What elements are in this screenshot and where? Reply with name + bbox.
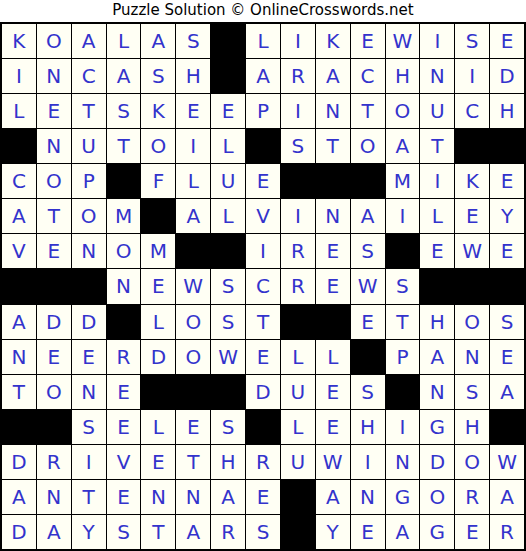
letter-cell: C [351, 59, 385, 93]
letter-cell: L [141, 305, 175, 339]
letter-cell: W [211, 340, 245, 374]
letter-cell: C [246, 269, 280, 303]
letter-cell: N [37, 480, 71, 514]
letter-cell: E [351, 24, 385, 58]
black-cell [107, 305, 141, 339]
letter-cell: N [316, 94, 350, 128]
letter-cell: P [386, 340, 420, 374]
letter-cell: T [386, 305, 420, 339]
black-cell [246, 410, 280, 444]
letter-cell: E [455, 199, 489, 233]
letter-cell: L [211, 199, 245, 233]
letter-cell: O [176, 305, 210, 339]
black-cell [141, 375, 175, 409]
letter-cell: R [246, 445, 280, 479]
black-cell [37, 410, 71, 444]
letter-cell: M [141, 234, 175, 268]
letter-cell: H [490, 94, 524, 128]
letter-cell: S [455, 24, 489, 58]
black-cell [281, 164, 315, 198]
letter-cell: E [37, 234, 71, 268]
black-cell [455, 269, 489, 303]
puzzle-solution-page: Puzzle Solution © OnlineCrosswords.net K… [0, 0, 526, 551]
letter-cell: D [490, 59, 524, 93]
letter-cell: T [246, 305, 280, 339]
letter-cell: A [246, 59, 280, 93]
letter-cell: U [281, 375, 315, 409]
letter-cell: S [176, 24, 210, 58]
letter-cell: I [176, 129, 210, 163]
black-cell [490, 269, 524, 303]
letter-cell: Y [72, 515, 106, 549]
letter-cell: W [386, 24, 420, 58]
letter-cell: L [420, 199, 454, 233]
letter-cell: H [420, 305, 454, 339]
black-cell [211, 59, 245, 93]
letter-cell: S [107, 515, 141, 549]
letter-cell: A [141, 24, 175, 58]
letter-cell: W [490, 445, 524, 479]
crossword-grid: KOALASLIKEWISEINCASHARACHNIDLETSKEEPINTO… [0, 22, 526, 551]
letter-cell: P [72, 164, 106, 198]
letter-cell: T [107, 129, 141, 163]
letter-cell: E [420, 234, 454, 268]
letter-cell: D [420, 445, 454, 479]
letter-cell: R [281, 59, 315, 93]
black-cell [176, 375, 210, 409]
black-cell [281, 515, 315, 549]
black-cell [316, 305, 350, 339]
letter-cell: A [2, 480, 36, 514]
letter-cell: Y [316, 515, 350, 549]
letter-cell: A [316, 480, 350, 514]
letter-cell: S [211, 269, 245, 303]
page-title: Puzzle Solution © OnlineCrosswords.net [0, 0, 526, 22]
black-cell [141, 199, 175, 233]
letter-cell: E [316, 375, 350, 409]
black-cell [316, 164, 350, 198]
letter-cell: R [211, 515, 245, 549]
letter-cell: I [2, 59, 36, 93]
letter-cell: E [316, 269, 350, 303]
letter-cell: I [420, 164, 454, 198]
letter-cell: E [490, 24, 524, 58]
letter-cell: D [37, 305, 71, 339]
letter-cell: A [176, 199, 210, 233]
letter-cell: A [316, 59, 350, 93]
letter-cell: N [107, 269, 141, 303]
letter-cell: A [2, 199, 36, 233]
letter-cell: G [420, 410, 454, 444]
letter-cell: T [351, 94, 385, 128]
letter-cell: A [386, 129, 420, 163]
black-cell [490, 129, 524, 163]
letter-cell: S [211, 410, 245, 444]
letter-cell: O [455, 445, 489, 479]
letter-cell: O [351, 129, 385, 163]
letter-cell: T [316, 129, 350, 163]
letter-cell: L [141, 410, 175, 444]
letter-cell: A [37, 515, 71, 549]
letter-cell: T [72, 94, 106, 128]
letter-cell: E [72, 340, 106, 374]
letter-cell: O [176, 340, 210, 374]
letter-cell: V [246, 199, 280, 233]
letter-cell: R [37, 445, 71, 479]
letter-cell: A [107, 59, 141, 93]
letter-cell: E [490, 340, 524, 374]
black-cell [37, 269, 71, 303]
letter-cell: D [246, 375, 280, 409]
letter-cell: A [386, 515, 420, 549]
black-cell [211, 375, 245, 409]
letter-cell: S [490, 305, 524, 339]
letter-cell: F [141, 164, 175, 198]
letter-cell: E [246, 340, 280, 374]
letter-cell: I [281, 199, 315, 233]
letter-cell: R [107, 340, 141, 374]
black-cell [386, 375, 420, 409]
letter-cell: E [37, 340, 71, 374]
letter-cell: E [351, 515, 385, 549]
letter-cell: E [316, 410, 350, 444]
black-cell [281, 480, 315, 514]
letter-cell: I [281, 24, 315, 58]
black-cell [2, 129, 36, 163]
letter-cell: E [351, 305, 385, 339]
letter-cell: S [455, 375, 489, 409]
letter-cell: T [2, 375, 36, 409]
letter-cell: L [246, 24, 280, 58]
letter-cell: H [386, 59, 420, 93]
letter-cell: E [37, 94, 71, 128]
letter-cell: D [2, 445, 36, 479]
letter-cell: E [141, 445, 175, 479]
letter-cell: E [490, 164, 524, 198]
black-cell [211, 24, 245, 58]
letter-cell: N [420, 59, 454, 93]
letter-cell: L [281, 340, 315, 374]
letter-cell: R [490, 515, 524, 549]
letter-cell: N [72, 234, 106, 268]
letter-cell: I [246, 234, 280, 268]
letter-cell: E [176, 410, 210, 444]
letter-cell: E [316, 234, 350, 268]
letter-cell: W [316, 445, 350, 479]
letter-cell: S [246, 515, 280, 549]
black-cell [176, 234, 210, 268]
black-cell [490, 410, 524, 444]
letter-cell: D [72, 305, 106, 339]
letter-cell: M [386, 164, 420, 198]
letter-cell: M [107, 199, 141, 233]
letter-cell: A [211, 480, 245, 514]
letter-cell: K [2, 24, 36, 58]
letter-cell: L [176, 164, 210, 198]
letter-cell: O [37, 164, 71, 198]
letter-cell: S [141, 59, 175, 93]
black-cell [351, 340, 385, 374]
letter-cell: G [386, 480, 420, 514]
letter-cell: R [281, 234, 315, 268]
letter-cell: T [72, 480, 106, 514]
letter-cell: A [176, 515, 210, 549]
letter-cell: O [72, 199, 106, 233]
letter-cell: N [37, 59, 71, 93]
black-cell [351, 164, 385, 198]
black-cell [420, 269, 454, 303]
letter-cell: O [386, 94, 420, 128]
letter-cell: A [2, 305, 36, 339]
letter-cell: D [141, 340, 175, 374]
letter-cell: I [72, 445, 106, 479]
letter-cell: I [386, 410, 420, 444]
letter-cell: L [281, 410, 315, 444]
letter-cell: H [455, 410, 489, 444]
letter-cell: U [420, 94, 454, 128]
black-cell [281, 305, 315, 339]
letter-cell: W [455, 234, 489, 268]
letter-cell: N [2, 340, 36, 374]
letter-cell: U [281, 445, 315, 479]
letter-cell: E [490, 234, 524, 268]
letter-cell: W [351, 269, 385, 303]
letter-cell: I [386, 199, 420, 233]
letter-cell: K [455, 164, 489, 198]
letter-cell: N [141, 480, 175, 514]
letter-cell: N [351, 480, 385, 514]
letter-cell: S [281, 129, 315, 163]
letter-cell: H [176, 59, 210, 93]
letter-cell: P [246, 94, 280, 128]
letter-cell: U [211, 164, 245, 198]
letter-cell: K [141, 94, 175, 128]
letter-cell: E [246, 164, 280, 198]
letter-cell: W [176, 269, 210, 303]
letter-cell: L [211, 129, 245, 163]
letter-cell: O [420, 480, 454, 514]
letter-cell: S [211, 305, 245, 339]
black-cell [72, 269, 106, 303]
letter-cell: T [420, 129, 454, 163]
letter-cell: N [37, 129, 71, 163]
letter-cell: R [281, 269, 315, 303]
letter-cell: S [107, 94, 141, 128]
letter-cell: A [351, 199, 385, 233]
black-cell [211, 234, 245, 268]
black-cell [386, 234, 420, 268]
letter-cell: O [141, 129, 175, 163]
letter-cell: E [141, 269, 175, 303]
letter-cell: N [386, 445, 420, 479]
letter-cell: S [351, 234, 385, 268]
letter-cell: V [107, 445, 141, 479]
letter-cell: O [37, 375, 71, 409]
black-cell [2, 269, 36, 303]
letter-cell: A [490, 480, 524, 514]
letter-cell: A [490, 375, 524, 409]
letter-cell: E [246, 480, 280, 514]
letter-cell: N [420, 375, 454, 409]
letter-cell: D [2, 515, 36, 549]
letter-cell: L [316, 340, 350, 374]
letter-cell: T [141, 515, 175, 549]
letter-cell: T [37, 199, 71, 233]
black-cell [455, 129, 489, 163]
letter-cell: E [176, 94, 210, 128]
letter-cell: A [420, 340, 454, 374]
letter-cell: T [176, 445, 210, 479]
letter-cell: G [420, 515, 454, 549]
letter-cell: E [107, 375, 141, 409]
letter-cell: U [72, 129, 106, 163]
letter-cell: E [455, 515, 489, 549]
black-cell [246, 129, 280, 163]
letter-cell: L [107, 24, 141, 58]
letter-cell: I [420, 24, 454, 58]
letter-cell: C [455, 94, 489, 128]
letter-cell: S [72, 410, 106, 444]
letter-cell: O [37, 24, 71, 58]
letter-cell: O [455, 305, 489, 339]
letter-cell: N [455, 340, 489, 374]
letter-cell: Y [490, 199, 524, 233]
letter-cell: L [2, 94, 36, 128]
letter-cell: E [107, 480, 141, 514]
letter-cell: O [107, 234, 141, 268]
letter-cell: K [316, 24, 350, 58]
letter-cell: R [455, 480, 489, 514]
letter-cell: E [211, 94, 245, 128]
letter-cell: I [281, 94, 315, 128]
letter-cell: S [386, 269, 420, 303]
letter-cell: V [2, 234, 36, 268]
letter-cell: N [176, 480, 210, 514]
letter-cell: A [72, 24, 106, 58]
letter-cell: S [351, 375, 385, 409]
letter-cell: H [211, 445, 245, 479]
letter-cell: I [351, 445, 385, 479]
letter-cell: H [351, 410, 385, 444]
letter-cell: N [72, 375, 106, 409]
letter-cell: C [2, 164, 36, 198]
letter-cell: I [455, 59, 489, 93]
black-cell [107, 164, 141, 198]
letter-cell: N [316, 199, 350, 233]
letter-cell: E [107, 410, 141, 444]
letter-cell: C [72, 59, 106, 93]
black-cell [2, 410, 36, 444]
